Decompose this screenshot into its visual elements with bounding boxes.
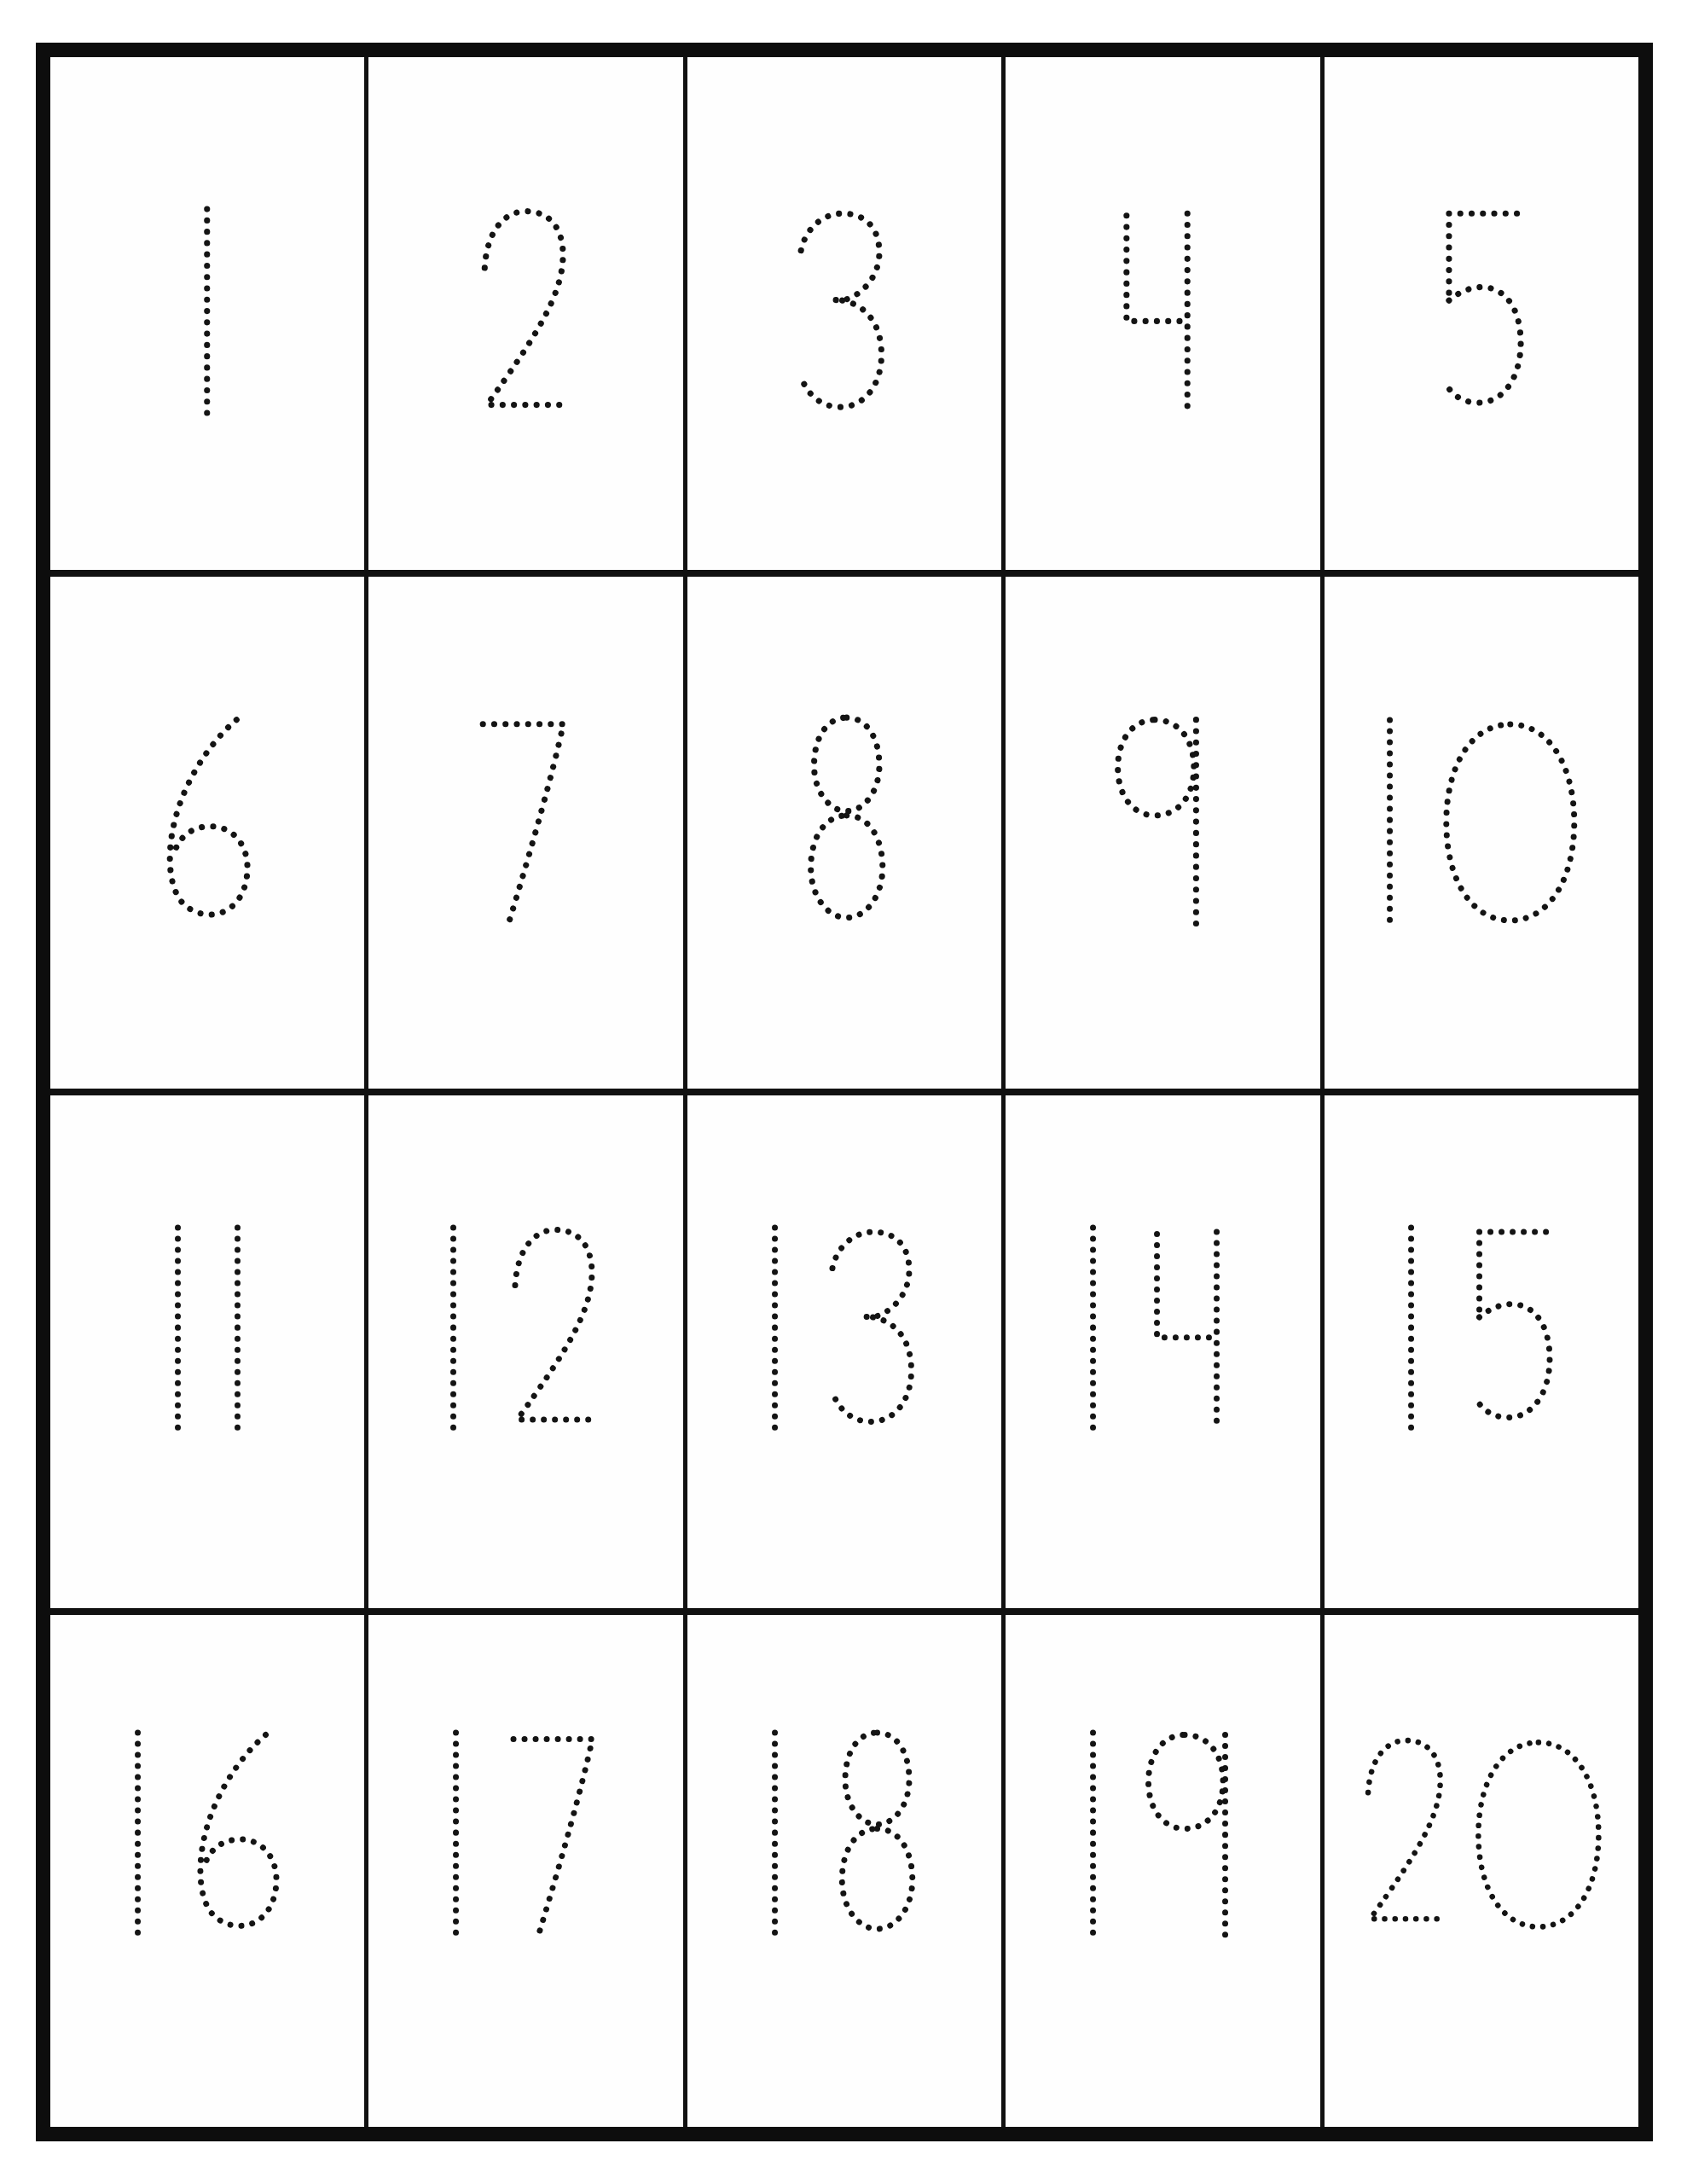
- cell-r3c3: [687, 1095, 1001, 1608]
- numeral-11-dotted: [167, 1223, 248, 1437]
- cell-r4c5: [1325, 1615, 1638, 2128]
- cell-r1c5: [1325, 57, 1638, 570]
- cell-r3c2: [368, 1095, 682, 1608]
- cell-r2c3: [687, 577, 1001, 1089]
- numeral-13-dotted: [764, 1223, 925, 1437]
- cell-r3c4: [1006, 1095, 1319, 1608]
- cell-r4c1: [50, 1615, 364, 2128]
- cell-r1c3: [687, 57, 1001, 570]
- numeral-5-dotted: [1429, 205, 1533, 422]
- numeral-12-dotted: [443, 1223, 609, 1437]
- cell-r4c3: [687, 1615, 1001, 2128]
- numeral-17-dotted: [445, 1728, 606, 1942]
- numeral-15-dotted: [1400, 1223, 1562, 1437]
- cell-r2c1: [50, 577, 364, 1089]
- cell-r2c5: [1325, 577, 1638, 1089]
- numeral-7-dotted: [474, 713, 577, 931]
- cell-r1c4: [1006, 57, 1319, 570]
- cell-r3c1: [50, 1095, 364, 1608]
- cell-r1c1: [50, 57, 364, 570]
- numeral-10-dotted: [1379, 716, 1583, 929]
- numeral-3-dotted: [792, 205, 896, 422]
- numeral-9-dotted: [1111, 713, 1215, 931]
- numeral-20-dotted: [1356, 1734, 1607, 1935]
- cell-r4c4: [1006, 1615, 1319, 2128]
- numeral-8-dotted: [792, 713, 896, 931]
- cell-r3c5: [1325, 1095, 1638, 1608]
- cell-r4c2: [368, 1615, 682, 2128]
- cell-r2c2: [368, 577, 682, 1089]
- cell-r2c4: [1006, 577, 1319, 1089]
- numeral-18-dotted: [764, 1728, 925, 1942]
- cell-r1c2: [368, 57, 682, 570]
- worksheet-grid: [36, 43, 1653, 2141]
- numeral-14-dotted: [1082, 1223, 1244, 1437]
- numeral-19-dotted: [1082, 1728, 1244, 1942]
- numeral-4-dotted: [1111, 205, 1215, 422]
- numeral-2-dotted: [472, 205, 581, 422]
- worksheet-page: [0, 0, 1687, 2184]
- numeral-1-dotted: [196, 205, 218, 422]
- numeral-6-dotted: [156, 713, 259, 931]
- numeral-16-dotted: [127, 1728, 288, 1942]
